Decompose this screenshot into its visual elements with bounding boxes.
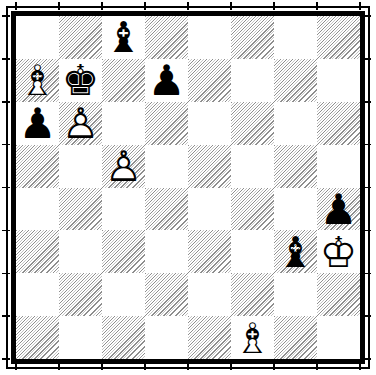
crop-tick-left-6 xyxy=(2,273,10,275)
square-h8[interactable] xyxy=(317,16,360,59)
crop-tick-right-4 xyxy=(363,187,371,189)
black-king-glyph: ♚ xyxy=(59,59,102,102)
square-h4[interactable]: ♟ xyxy=(317,188,360,231)
crop-tick-top-5 xyxy=(230,2,232,10)
crop-tick-bottom-5 xyxy=(230,362,232,370)
square-g2[interactable] xyxy=(274,273,317,316)
square-e5[interactable] xyxy=(188,145,231,188)
crop-tick-left-3 xyxy=(2,144,10,146)
square-e8[interactable] xyxy=(188,16,231,59)
piece-black-bishop-c8[interactable]: ♝ xyxy=(102,16,145,59)
square-e4[interactable] xyxy=(188,188,231,231)
crop-tick-top-7 xyxy=(316,2,318,10)
diagram-inner-frame: ♝♝♗♚♟♟♟♙♟♙♟♝♚♔♝♗ xyxy=(11,11,365,364)
square-g7[interactable] xyxy=(274,59,317,102)
crop-tick-top-2 xyxy=(101,2,103,10)
crop-tick-top-1 xyxy=(58,2,60,10)
square-c1[interactable] xyxy=(102,316,145,359)
square-d7[interactable]: ♟ xyxy=(145,59,188,102)
square-d2[interactable] xyxy=(145,273,188,316)
square-a8[interactable] xyxy=(16,16,59,59)
square-c4[interactable] xyxy=(102,188,145,231)
square-b6[interactable]: ♟♙ xyxy=(59,102,102,145)
square-g5[interactable] xyxy=(274,145,317,188)
crop-tick-right-2 xyxy=(363,101,371,103)
square-g3[interactable]: ♝ xyxy=(274,230,317,273)
black-pawn-glyph: ♟ xyxy=(16,102,59,145)
square-g4[interactable] xyxy=(274,188,317,231)
square-e1[interactable] xyxy=(188,316,231,359)
square-b3[interactable] xyxy=(59,230,102,273)
piece-black-pawn-d7[interactable]: ♟ xyxy=(145,59,188,102)
square-a7[interactable]: ♝♗ xyxy=(16,59,59,102)
crop-tick-left-5 xyxy=(2,230,10,232)
square-a2[interactable] xyxy=(16,273,59,316)
square-c2[interactable] xyxy=(102,273,145,316)
square-e3[interactable] xyxy=(188,230,231,273)
square-a3[interactable] xyxy=(16,230,59,273)
crop-tick-right-7 xyxy=(363,315,371,317)
square-a5[interactable] xyxy=(16,145,59,188)
square-c3[interactable] xyxy=(102,230,145,273)
piece-white-bishop-f1[interactable]: ♝♗ xyxy=(231,316,274,359)
crop-tick-right-6 xyxy=(363,273,371,275)
square-e2[interactable] xyxy=(188,273,231,316)
white-pawn-glyph: ♙ xyxy=(59,102,102,145)
square-d4[interactable] xyxy=(145,188,188,231)
square-a1[interactable] xyxy=(16,316,59,359)
diagram-outer-frame: ♝♝♗♚♟♟♟♙♟♙♟♝♚♔♝♗ xyxy=(6,6,370,369)
square-e7[interactable] xyxy=(188,59,231,102)
crop-tick-top-3 xyxy=(144,2,146,10)
piece-white-pawn-c5[interactable]: ♟♙ xyxy=(102,145,145,188)
square-b7[interactable]: ♚ xyxy=(59,59,102,102)
square-h7[interactable] xyxy=(317,59,360,102)
crop-tick-bottom-2 xyxy=(101,362,103,370)
crop-tick-top-4 xyxy=(187,2,189,10)
crop-tick-bottom-4 xyxy=(187,362,189,370)
square-d8[interactable] xyxy=(145,16,188,59)
square-b1[interactable] xyxy=(59,316,102,359)
chess-board: ♝♝♗♚♟♟♟♙♟♙♟♝♚♔♝♗ xyxy=(16,16,360,359)
white-bishop-glyph: ♗ xyxy=(16,59,59,102)
black-pawn-glyph: ♟ xyxy=(145,59,188,102)
square-c5[interactable]: ♟♙ xyxy=(102,145,145,188)
crop-tick-left-1 xyxy=(2,58,10,60)
crop-tick-bottom-7 xyxy=(316,362,318,370)
crop-tick-left-7 xyxy=(2,315,10,317)
square-h6[interactable] xyxy=(317,102,360,145)
crop-tick-bottom-3 xyxy=(144,362,146,370)
square-b5[interactable] xyxy=(59,145,102,188)
square-f8[interactable] xyxy=(231,16,274,59)
square-d1[interactable] xyxy=(145,316,188,359)
white-pawn-glyph: ♙ xyxy=(102,145,145,188)
square-f4[interactable] xyxy=(231,188,274,231)
square-a4[interactable] xyxy=(16,188,59,231)
square-h3[interactable]: ♚♔ xyxy=(317,230,360,273)
crop-tick-left-0 xyxy=(2,15,10,17)
crop-tick-bottom-1 xyxy=(58,362,60,370)
square-f3[interactable] xyxy=(231,230,274,273)
square-h2[interactable] xyxy=(317,273,360,316)
square-h5[interactable] xyxy=(317,145,360,188)
crop-tick-bottom-8 xyxy=(359,362,361,370)
black-bishop-glyph: ♝ xyxy=(274,231,317,274)
square-g8[interactable] xyxy=(274,16,317,59)
square-c6[interactable] xyxy=(102,102,145,145)
black-pawn-glyph: ♟ xyxy=(317,188,360,231)
crop-tick-right-5 xyxy=(363,230,371,232)
crop-tick-left-8 xyxy=(2,358,10,360)
square-h1[interactable] xyxy=(317,316,360,359)
piece-black-pawn-h4[interactable]: ♟ xyxy=(317,188,360,231)
square-f1[interactable]: ♝♗ xyxy=(231,316,274,359)
square-f2[interactable] xyxy=(231,273,274,316)
white-king-glyph: ♔ xyxy=(317,231,360,274)
square-d5[interactable] xyxy=(145,145,188,188)
piece-white-bishop-a7[interactable]: ♝♗ xyxy=(16,59,59,102)
square-g6[interactable] xyxy=(274,102,317,145)
square-g1[interactable] xyxy=(274,316,317,359)
square-b8[interactable] xyxy=(59,16,102,59)
square-e6[interactable] xyxy=(188,102,231,145)
square-d3[interactable] xyxy=(145,230,188,273)
crop-tick-top-6 xyxy=(273,2,275,10)
piece-black-bishop-g3[interactable]: ♝ xyxy=(274,230,317,273)
square-a6[interactable]: ♟ xyxy=(16,102,59,145)
square-f7[interactable] xyxy=(231,59,274,102)
piece-white-king-h3[interactable]: ♚♔ xyxy=(317,230,360,273)
piece-black-pawn-a6[interactable]: ♟ xyxy=(16,102,59,145)
crop-tick-right-1 xyxy=(363,58,371,60)
crop-tick-bottom-0 xyxy=(15,362,17,370)
piece-black-king-b7[interactable]: ♚ xyxy=(59,59,102,102)
square-c7[interactable] xyxy=(102,59,145,102)
crop-tick-right-3 xyxy=(363,144,371,146)
square-c8[interactable]: ♝ xyxy=(102,16,145,59)
square-f5[interactable] xyxy=(231,145,274,188)
crop-tick-left-4 xyxy=(2,187,10,189)
crop-tick-bottom-6 xyxy=(273,362,275,370)
square-d6[interactable] xyxy=(145,102,188,145)
square-b2[interactable] xyxy=(59,273,102,316)
piece-white-pawn-b6[interactable]: ♟♙ xyxy=(59,102,102,145)
square-f6[interactable] xyxy=(231,102,274,145)
chess-diagram: ♝♝♗♚♟♟♟♙♟♙♟♝♚♔♝♗ xyxy=(0,0,376,375)
square-b4[interactable] xyxy=(59,188,102,231)
crop-tick-top-0 xyxy=(15,2,17,10)
crop-tick-right-0 xyxy=(363,15,371,17)
crop-tick-top-8 xyxy=(359,2,361,10)
crop-tick-right-8 xyxy=(363,358,371,360)
crop-tick-left-2 xyxy=(2,101,10,103)
white-bishop-glyph: ♗ xyxy=(231,317,274,360)
black-bishop-glyph: ♝ xyxy=(102,17,145,60)
